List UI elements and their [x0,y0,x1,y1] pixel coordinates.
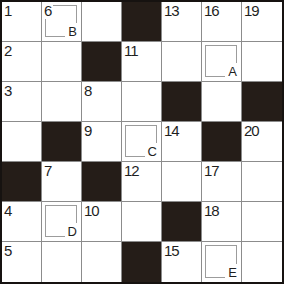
block-cell-r0c3 [122,2,162,42]
clue-number: 12 [124,162,141,179]
marker-letter: A [225,63,238,78]
letter-cell-r1c1[interactable] [42,42,82,82]
letter-cell-r1c4[interactable] [162,42,202,82]
letter-cell-r1c3[interactable]: 11 [122,42,162,82]
clue-number: 1 [4,2,13,19]
letter-cell-r0c1[interactable]: B6 [42,2,82,42]
clue-number: 20 [244,122,261,139]
marker-letter: D [65,223,78,238]
letter-cell-r2c3[interactable] [122,82,162,122]
letter-cell-r1c6[interactable] [242,42,282,82]
clue-number: 6 [44,2,53,19]
letter-cell-r4c3[interactable]: 12 [122,162,162,202]
clue-number: 9 [84,122,93,139]
letter-cell-r0c5[interactable]: 16 [202,2,242,42]
clue-number: 11 [124,42,140,59]
letter-cell-r6c6[interactable] [242,242,282,282]
clue-number: 3 [4,82,13,99]
letter-cell-r5c3[interactable] [122,202,162,242]
marker-box: D [45,205,77,237]
block-cell-r3c1 [42,122,82,162]
clue-number: 13 [164,2,181,19]
clue-number: 18 [204,202,221,219]
clue-number: 4 [4,202,13,219]
letter-cell-r4c4[interactable] [162,162,202,202]
block-cell-r4c0 [2,162,42,202]
letter-cell-r3c4[interactable]: 14 [162,122,202,162]
letter-cell-r2c5[interactable] [202,82,242,122]
clue-number: 7 [44,162,53,179]
block-cell-r2c6 [242,82,282,122]
marker-box: C [125,125,157,157]
letter-cell-r1c0[interactable]: 2 [2,42,42,82]
marker-letter: B [65,23,78,38]
letter-cell-r6c5[interactable]: E [202,242,242,282]
letter-cell-r5c5[interactable]: 18 [202,202,242,242]
block-cell-r1c2 [82,42,122,82]
letter-cell-r1c5[interactable]: A [202,42,242,82]
block-cell-r3c5 [202,122,242,162]
block-cell-r6c3 [122,242,162,282]
letter-cell-r0c0[interactable]: 1 [2,2,42,42]
letter-cell-r3c3[interactable]: C [122,122,162,162]
clue-number: 15 [164,242,181,259]
clue-number: 17 [204,162,221,179]
clue-number: 19 [244,2,261,19]
letter-cell-r4c1[interactable]: 7 [42,162,82,202]
letter-cell-r4c6[interactable] [242,162,282,202]
crossword-board: 1B6131619211A389C1420712174D1018515E [0,0,284,284]
marker-letter: E [225,264,238,279]
letter-cell-r5c2[interactable]: 10 [82,202,122,242]
clue-number: 5 [4,242,13,259]
letter-cell-r2c2[interactable]: 8 [82,82,122,122]
letter-cell-r5c1[interactable]: D [42,202,82,242]
letter-cell-r6c4[interactable]: 15 [162,242,202,282]
clue-number: 14 [164,122,181,139]
letter-cell-r5c0[interactable]: 4 [2,202,42,242]
letter-cell-r6c0[interactable]: 5 [2,242,42,282]
letter-cell-r3c0[interactable] [2,122,42,162]
block-cell-r5c4 [162,202,202,242]
letter-cell-r6c2[interactable] [82,242,122,282]
letter-cell-r4c5[interactable]: 17 [202,162,242,202]
letter-cell-r2c0[interactable]: 3 [2,82,42,122]
marker-letter: C [145,143,158,158]
letter-cell-r3c2[interactable]: 9 [82,122,122,162]
clue-number: 2 [4,42,13,59]
marker-box: E [205,245,237,278]
clue-number: 16 [204,2,221,19]
letter-cell-r0c4[interactable]: 13 [162,2,202,42]
block-cell-r2c4 [162,82,202,122]
letter-cell-r5c6[interactable] [242,202,282,242]
letter-cell-r2c1[interactable] [42,82,82,122]
clue-number: 10 [84,202,101,219]
letter-cell-r0c6[interactable]: 19 [242,2,282,42]
block-cell-r4c2 [82,162,122,202]
marker-box: A [205,45,237,77]
clue-number: 8 [84,82,93,99]
letter-cell-r0c2[interactable] [82,2,122,42]
letter-cell-r6c1[interactable] [42,242,82,282]
letter-cell-r3c6[interactable]: 20 [242,122,282,162]
